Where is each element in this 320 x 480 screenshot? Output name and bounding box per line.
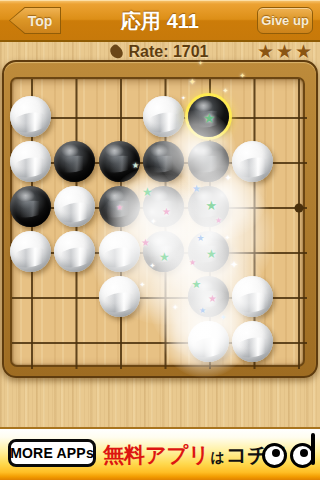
title-bar: 応用 411 Top Give up	[0, 0, 320, 42]
banner-text-red: 無料アプリ	[103, 441, 209, 469]
back-button-face: Top	[10, 8, 60, 33]
top-back-button[interactable]: Top	[9, 7, 61, 34]
control-bar: You 1030 - ? ↶ ↻	[0, 378, 320, 427]
board-grid	[12, 79, 307, 369]
go-board[interactable]	[10, 77, 305, 367]
banner-text-small: は	[210, 449, 224, 467]
more-apps-label: MORE APPs	[10, 445, 94, 461]
rate-bar: Rate: 1701 ★★★	[0, 42, 320, 64]
give-up-label: Give up	[261, 13, 309, 28]
back-button-border: Top	[9, 7, 61, 34]
eyes-logo	[262, 443, 315, 468]
flame-icon	[108, 43, 126, 61]
back-button-label: Top	[28, 13, 53, 29]
give-up-button[interactable]: Give up	[257, 7, 313, 34]
hoshi-point	[295, 204, 304, 213]
difficulty-stars: ★★★	[257, 40, 314, 63]
more-apps-button[interactable]: MORE APPs	[8, 439, 96, 467]
rate-value: Rate: 1701	[128, 43, 208, 61]
eye-d-icon	[290, 443, 315, 468]
go-board-frame	[2, 60, 318, 378]
app-screen: ★✦✦✦✦✦★★✦★★★★★✦★★★★★★✦✦✦✦✦✦✦★★ 応用 411 To…	[0, 0, 320, 480]
eye-o-icon	[262, 443, 287, 468]
ad-banner[interactable]: MORE APPs 無料アプリ は コチラ	[0, 427, 320, 480]
